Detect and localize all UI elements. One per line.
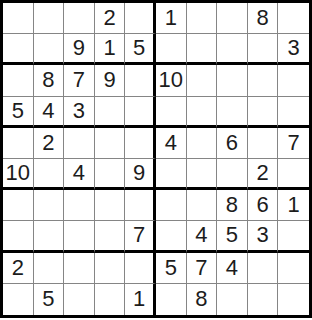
cell-r2c1-empty[interactable] bbox=[3, 34, 34, 65]
cell-r1c10-empty[interactable] bbox=[278, 3, 309, 34]
cell-r3c9-empty[interactable] bbox=[248, 65, 279, 96]
cell-r5c2-given: 2 bbox=[34, 128, 65, 159]
cell-r2c6-empty[interactable] bbox=[156, 34, 187, 65]
cell-r6c3-given: 4 bbox=[64, 159, 95, 190]
cell-r5c9-empty[interactable] bbox=[248, 128, 279, 159]
cell-r10c8-empty[interactable] bbox=[217, 284, 248, 315]
cell-r5c3-empty[interactable] bbox=[64, 128, 95, 159]
cell-r1c5-empty[interactable] bbox=[125, 3, 156, 34]
cell-r1c4-given: 2 bbox=[95, 3, 126, 34]
cell-r6c8-empty[interactable] bbox=[217, 159, 248, 190]
cell-r4c2-given: 4 bbox=[34, 97, 65, 128]
cell-r10c7-given: 8 bbox=[187, 284, 218, 315]
cell-r3c10-empty[interactable] bbox=[278, 65, 309, 96]
cell-r8c9-given: 3 bbox=[248, 221, 279, 252]
cell-r4c7-empty[interactable] bbox=[187, 97, 218, 128]
cell-r8c5-given: 7 bbox=[125, 221, 156, 252]
cell-r8c6-empty[interactable] bbox=[156, 221, 187, 252]
cell-r4c3-given: 3 bbox=[64, 97, 95, 128]
cell-r7c9-given: 6 bbox=[248, 190, 279, 221]
cell-r2c4-given: 1 bbox=[95, 34, 126, 65]
cell-r10c4-empty[interactable] bbox=[95, 284, 126, 315]
cell-r3c8-empty[interactable] bbox=[217, 65, 248, 96]
cell-r10c3-empty[interactable] bbox=[64, 284, 95, 315]
cell-r1c1-empty[interactable] bbox=[3, 3, 34, 34]
cell-r7c8-given: 8 bbox=[217, 190, 248, 221]
cell-r1c3-empty[interactable] bbox=[64, 3, 95, 34]
cell-r9c7-given: 7 bbox=[187, 253, 218, 284]
cell-r3c4-given: 9 bbox=[95, 65, 126, 96]
cell-r4c5-empty[interactable] bbox=[125, 97, 156, 128]
cell-r5c4-empty[interactable] bbox=[95, 128, 126, 159]
cell-r6c7-empty[interactable] bbox=[187, 159, 218, 190]
cell-r7c3-empty[interactable] bbox=[64, 190, 95, 221]
cell-r3c2-given: 8 bbox=[34, 65, 65, 96]
cell-r10c1-empty[interactable] bbox=[3, 284, 34, 315]
cell-r2c8-empty[interactable] bbox=[217, 34, 248, 65]
cell-r1c6-given: 1 bbox=[156, 3, 187, 34]
cell-r3c7-empty[interactable] bbox=[187, 65, 218, 96]
cell-r3c3-given: 7 bbox=[64, 65, 95, 96]
cell-r4c9-empty[interactable] bbox=[248, 97, 279, 128]
cell-r9c3-empty[interactable] bbox=[64, 253, 95, 284]
cell-r5c5-empty[interactable] bbox=[125, 128, 156, 159]
cell-r2c2-empty[interactable] bbox=[34, 34, 65, 65]
cell-r4c8-empty[interactable] bbox=[217, 97, 248, 128]
cell-r5c10-given: 7 bbox=[278, 128, 309, 159]
cell-r6c6-empty[interactable] bbox=[156, 159, 187, 190]
cell-r7c7-empty[interactable] bbox=[187, 190, 218, 221]
cell-r9c10-empty[interactable] bbox=[278, 253, 309, 284]
cell-r7c2-empty[interactable] bbox=[34, 190, 65, 221]
cell-r3c1-empty[interactable] bbox=[3, 65, 34, 96]
cell-r6c5-given: 9 bbox=[125, 159, 156, 190]
cell-r9c2-empty[interactable] bbox=[34, 253, 65, 284]
cell-r9c6-given: 5 bbox=[156, 253, 187, 284]
cell-r8c7-given: 4 bbox=[187, 221, 218, 252]
cell-r7c4-empty[interactable] bbox=[95, 190, 126, 221]
cell-r5c8-given: 6 bbox=[217, 128, 248, 159]
cell-r6c1-given: 10 bbox=[3, 159, 34, 190]
cell-r9c5-empty[interactable] bbox=[125, 253, 156, 284]
cell-r4c6-empty[interactable] bbox=[156, 97, 187, 128]
cell-r10c2-given: 5 bbox=[34, 284, 65, 315]
cell-r5c1-empty[interactable] bbox=[3, 128, 34, 159]
cell-r6c4-empty[interactable] bbox=[95, 159, 126, 190]
cell-r1c8-empty[interactable] bbox=[217, 3, 248, 34]
cell-r7c10-given: 1 bbox=[278, 190, 309, 221]
cell-r7c5-empty[interactable] bbox=[125, 190, 156, 221]
cell-r8c2-empty[interactable] bbox=[34, 221, 65, 252]
cell-r9c4-empty[interactable] bbox=[95, 253, 126, 284]
cell-r6c9-given: 2 bbox=[248, 159, 279, 190]
cell-r5c6-given: 4 bbox=[156, 128, 187, 159]
cell-r3c6-given: 10 bbox=[156, 65, 187, 96]
cell-r9c1-given: 2 bbox=[3, 253, 34, 284]
cell-r9c9-empty[interactable] bbox=[248, 253, 279, 284]
cell-r2c9-empty[interactable] bbox=[248, 34, 279, 65]
cell-r2c5-given: 5 bbox=[125, 34, 156, 65]
cell-r1c9-given: 8 bbox=[248, 3, 279, 34]
cell-r4c4-empty[interactable] bbox=[95, 97, 126, 128]
cell-r10c5-given: 1 bbox=[125, 284, 156, 315]
cell-r2c10-given: 3 bbox=[278, 34, 309, 65]
sudoku-page: 21891538791054324671049286174532574518 bbox=[0, 0, 312, 320]
sudoku-board: 21891538791054324671049286174532574518 bbox=[0, 0, 312, 318]
cell-r1c7-empty[interactable] bbox=[187, 3, 218, 34]
cell-r9c8-given: 4 bbox=[217, 253, 248, 284]
cell-r3c5-empty[interactable] bbox=[125, 65, 156, 96]
cell-r8c3-empty[interactable] bbox=[64, 221, 95, 252]
cell-r1c2-empty[interactable] bbox=[34, 3, 65, 34]
cell-r10c10-empty[interactable] bbox=[278, 284, 309, 315]
cell-r10c6-empty[interactable] bbox=[156, 284, 187, 315]
cell-r10c9-empty[interactable] bbox=[248, 284, 279, 315]
cell-r8c1-empty[interactable] bbox=[3, 221, 34, 252]
cell-r4c1-given: 5 bbox=[3, 97, 34, 128]
cell-r8c8-given: 5 bbox=[217, 221, 248, 252]
cell-r4c10-empty[interactable] bbox=[278, 97, 309, 128]
cell-r6c10-empty[interactable] bbox=[278, 159, 309, 190]
cell-r7c6-empty[interactable] bbox=[156, 190, 187, 221]
cell-r8c10-empty[interactable] bbox=[278, 221, 309, 252]
cell-r8c4-empty[interactable] bbox=[95, 221, 126, 252]
cell-r5c7-empty[interactable] bbox=[187, 128, 218, 159]
cell-r2c7-empty[interactable] bbox=[187, 34, 218, 65]
cell-r6c2-empty[interactable] bbox=[34, 159, 65, 190]
cell-r7c1-empty[interactable] bbox=[3, 190, 34, 221]
cell-r2c3-given: 9 bbox=[64, 34, 95, 65]
